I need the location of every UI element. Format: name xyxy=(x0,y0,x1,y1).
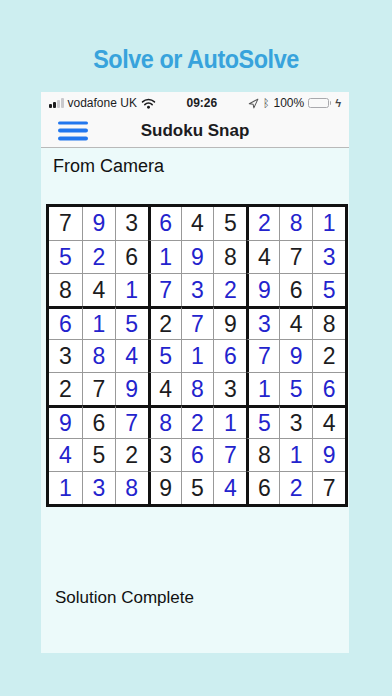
sudoku-cell[interactable]: 6 xyxy=(181,438,214,471)
sudoku-cell[interactable]: 5 xyxy=(279,372,312,405)
sudoku-cell[interactable]: 7 xyxy=(82,372,115,405)
sudoku-cell[interactable]: 8 xyxy=(246,438,279,471)
sudoku-cell[interactable]: 5 xyxy=(148,339,181,372)
sudoku-cell[interactable]: 7 xyxy=(213,438,246,471)
sudoku-cell[interactable]: 5 xyxy=(312,273,345,306)
charging-bolt-icon: ϟ xyxy=(335,98,341,109)
bluetooth-icon: ᛒ xyxy=(263,98,270,109)
sudoku-cell[interactable]: 8 xyxy=(213,240,246,273)
sudoku-cell[interactable]: 2 xyxy=(312,339,345,372)
sudoku-cell[interactable]: 4 xyxy=(181,207,214,240)
sudoku-cell[interactable]: 1 xyxy=(312,207,345,240)
sudoku-cell[interactable]: 3 xyxy=(49,339,82,372)
sudoku-cell[interactable]: 4 xyxy=(279,306,312,339)
sudoku-cell[interactable]: 9 xyxy=(279,339,312,372)
sudoku-cell[interactable]: 5 xyxy=(246,405,279,438)
sudoku-cell[interactable]: 5 xyxy=(213,207,246,240)
status-bar: vodafone UK 09:26 ᛒ 100% ϟ xyxy=(41,92,349,114)
sudoku-cell[interactable]: 8 xyxy=(148,405,181,438)
sudoku-cell[interactable]: 6 xyxy=(279,273,312,306)
sudoku-cell[interactable]: 1 xyxy=(49,471,82,504)
sudoku-cell[interactable]: 5 xyxy=(49,240,82,273)
sudoku-cell[interactable]: 8 xyxy=(49,273,82,306)
sudoku-cell[interactable]: 1 xyxy=(148,240,181,273)
sudoku-cell[interactable]: 6 xyxy=(246,471,279,504)
sudoku-cell[interactable]: 8 xyxy=(82,339,115,372)
status-bar-right: ᛒ 100% ϟ xyxy=(248,96,341,110)
nav-bar: Sudoku Snap xyxy=(41,114,349,148)
sudoku-cell[interactable]: 5 xyxy=(115,306,148,339)
sudoku-cell[interactable]: 5 xyxy=(181,471,214,504)
battery-icon xyxy=(308,98,331,108)
sudoku-cell[interactable]: 4 xyxy=(115,339,148,372)
sudoku-cell[interactable]: 2 xyxy=(49,372,82,405)
sudoku-cell[interactable]: 7 xyxy=(246,339,279,372)
sudoku-cell[interactable]: 4 xyxy=(213,471,246,504)
phone-screenshot: vodafone UK 09:26 ᛒ 100% ϟ xyxy=(41,92,349,653)
clock: 09:26 xyxy=(156,96,248,110)
sudoku-cell[interactable]: 7 xyxy=(49,207,82,240)
sudoku-cell[interactable]: 9 xyxy=(49,405,82,438)
solution-status-message: Solution Complete xyxy=(55,588,194,608)
sudoku-cell[interactable]: 8 xyxy=(181,372,214,405)
page-title: Solve or AutoSolve xyxy=(20,44,373,75)
sudoku-cell[interactable]: 6 xyxy=(213,339,246,372)
sudoku-cell[interactable]: 9 xyxy=(82,207,115,240)
sudoku-cell[interactable]: 1 xyxy=(213,405,246,438)
sudoku-cell[interactable]: 3 xyxy=(312,240,345,273)
sudoku-cell[interactable]: 2 xyxy=(213,273,246,306)
sudoku-cell[interactable]: 1 xyxy=(82,306,115,339)
sudoku-cell[interactable]: 3 xyxy=(213,372,246,405)
sudoku-cell[interactable]: 6 xyxy=(312,372,345,405)
sudoku-cell[interactable]: 6 xyxy=(82,405,115,438)
wifi-icon xyxy=(141,98,156,109)
canvas: { "app_title": "Solve or AutoSolve", "st… xyxy=(0,0,392,696)
sudoku-cell[interactable]: 9 xyxy=(213,306,246,339)
sudoku-cell[interactable]: 7 xyxy=(312,471,345,504)
sudoku-cell[interactable]: 6 xyxy=(115,240,148,273)
sudoku-cell[interactable]: 9 xyxy=(181,240,214,273)
sudoku-cell[interactable]: 1 xyxy=(246,372,279,405)
sudoku-cell[interactable]: 2 xyxy=(82,240,115,273)
sudoku-cell[interactable]: 9 xyxy=(312,438,345,471)
sudoku-cell[interactable]: 8 xyxy=(312,306,345,339)
sudoku-cell[interactable]: 9 xyxy=(148,471,181,504)
sudoku-cell[interactable]: 4 xyxy=(49,438,82,471)
sudoku-cell[interactable]: 3 xyxy=(82,471,115,504)
location-arrow-icon xyxy=(248,98,259,109)
sudoku-cell[interactable]: 3 xyxy=(181,273,214,306)
status-bar-left: vodafone UK xyxy=(49,96,156,110)
sudoku-cell[interactable]: 5 xyxy=(82,438,115,471)
sudoku-cell[interactable]: 4 xyxy=(148,372,181,405)
sudoku-cell[interactable]: 2 xyxy=(148,306,181,339)
sudoku-cell[interactable]: 9 xyxy=(246,273,279,306)
sudoku-cell[interactable]: 4 xyxy=(312,405,345,438)
sudoku-cell[interactable]: 7 xyxy=(279,240,312,273)
sudoku-cell[interactable]: 2 xyxy=(279,471,312,504)
sudoku-cell[interactable]: 1 xyxy=(279,438,312,471)
sudoku-cell[interactable]: 7 xyxy=(181,306,214,339)
sudoku-cell[interactable]: 2 xyxy=(246,207,279,240)
sudoku-cell[interactable]: 2 xyxy=(181,405,214,438)
source-label-from-camera[interactable]: From Camera xyxy=(53,156,164,177)
sudoku-cell[interactable]: 8 xyxy=(279,207,312,240)
sudoku-cell[interactable]: 7 xyxy=(148,273,181,306)
sudoku-cell[interactable]: 3 xyxy=(115,207,148,240)
sudoku-cell[interactable]: 7 xyxy=(115,405,148,438)
sudoku-cell[interactable]: 6 xyxy=(148,207,181,240)
sudoku-cell[interactable]: 1 xyxy=(115,273,148,306)
carrier-label: vodafone UK xyxy=(68,96,137,110)
sudoku-cell[interactable]: 4 xyxy=(82,273,115,306)
sudoku-cell[interactable]: 6 xyxy=(49,306,82,339)
sudoku-cell[interactable]: 1 xyxy=(181,339,214,372)
sudoku-cell[interactable]: 2 xyxy=(115,438,148,471)
menu-button[interactable] xyxy=(58,121,88,140)
battery-percent-label: 100% xyxy=(273,96,304,110)
cellular-signal-icon xyxy=(49,98,64,108)
sudoku-cell[interactable]: 3 xyxy=(246,306,279,339)
sudoku-board: 7936452815261984738417329656152793483845… xyxy=(46,204,348,507)
sudoku-cell[interactable]: 8 xyxy=(115,471,148,504)
sudoku-cell[interactable]: 4 xyxy=(246,240,279,273)
sudoku-cell[interactable]: 3 xyxy=(279,405,312,438)
sudoku-cell[interactable]: 3 xyxy=(148,438,181,471)
sudoku-cell[interactable]: 9 xyxy=(115,372,148,405)
